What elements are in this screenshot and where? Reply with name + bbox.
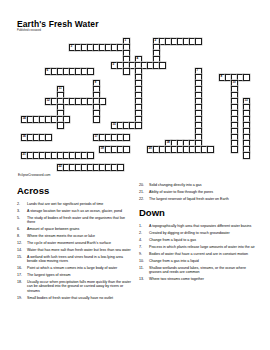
grid-cell: [135, 122, 142, 129]
clue-text: A storage location for water such as an …: [27, 209, 133, 214]
clue-text: Ability of water to flow through the por…: [149, 190, 258, 195]
clue-text: Process in which plants release large am…: [149, 245, 258, 250]
clue-item: 8.Where the stream meets the ocean or la…: [17, 234, 133, 239]
clue-number: 14.: [17, 248, 27, 253]
clue-item: 2.Created by digging or drilling to reac…: [139, 231, 258, 236]
clue-number: 2.: [17, 202, 27, 207]
clue-item: 5.The study of bodies of fresh water and…: [17, 216, 133, 225]
clue-item: 18.Usually occur when precipitation fall…: [17, 280, 133, 294]
cell-number: 17: [94, 135, 97, 138]
clue-item: 12.The cycle of water movement around Ea…: [17, 241, 133, 246]
cell-number: 10: [232, 81, 235, 84]
clue-item: 9.Bodies of water that have a current an…: [139, 252, 258, 257]
clue-item: 2.Lands that are wet for significant per…: [17, 202, 133, 207]
clue-text: The largest types of stream: [27, 273, 133, 278]
clue-item: 4.Change from a liquid to a gas: [139, 238, 258, 243]
clue-number: 15.: [17, 255, 27, 264]
clue-column-right: 20.Solid changing directly into a gas21.…: [139, 183, 258, 284]
clue-item: 16.Point at which a stream comes into a …: [17, 266, 133, 271]
clue-text: Small bodies of fresh water that usually…: [27, 296, 133, 301]
clue-item: 15.A wetland with lush trees and vines f…: [17, 255, 133, 264]
cell-number: 8: [220, 75, 222, 78]
clue-number: 12.: [17, 241, 27, 246]
clue-text: Point at which a stream comes into a lar…: [27, 266, 133, 271]
grid-cell: [87, 68, 94, 75]
credit-line: EclipseCrossword.com: [18, 173, 50, 177]
cell-number: 22: [58, 165, 61, 168]
grid-cell: [195, 38, 202, 45]
grid-cell: [231, 146, 238, 153]
page-title: Earth's Fresh Water: [17, 19, 99, 29]
clue-text: A wetland with lush trees and vines foun…: [27, 255, 133, 264]
grid-cell: [243, 152, 250, 159]
grid-cell: [57, 122, 64, 129]
down-header: Down: [139, 207, 258, 218]
cell-number: 18: [166, 141, 169, 144]
cell-number: 7: [196, 69, 198, 72]
clue-number: 11.: [139, 266, 149, 275]
clue-number: 1.: [139, 224, 149, 229]
clue-text: Created by digging or drilling to reach …: [149, 231, 258, 236]
grid-cell: [93, 116, 100, 123]
clue-text: Solid changing directly into a gas: [149, 183, 258, 188]
grid-cell: [117, 164, 124, 171]
clue-text: Shallow wetlands around lakes, streams, …: [149, 266, 258, 275]
clue-number: 10.: [139, 259, 149, 264]
clue-text: Usually occur when precipitation falls m…: [27, 280, 133, 294]
clue-item: 3.A storage location for water such as a…: [17, 209, 133, 214]
cell-number: 6: [46, 69, 48, 72]
clue-item: 21.Ability of water to flow through the …: [139, 190, 258, 195]
cell-number: 3: [70, 45, 72, 48]
cell-number: 14: [22, 117, 25, 120]
clue-number: 3.: [17, 209, 27, 214]
clue-text: A topographically high area that separat…: [149, 224, 258, 229]
clue-item: 22.The largest reservoir of liquid fresh…: [139, 197, 258, 202]
clue-number: 22.: [139, 197, 149, 202]
clue-number: 19.: [17, 296, 27, 301]
clue-item: 20.Solid changing directly into a gas: [139, 183, 258, 188]
down-clue-list: 1.A topographically high area that separ…: [139, 224, 258, 281]
clue-number: 18.: [17, 280, 27, 294]
grid-cell: [123, 146, 130, 153]
grid-cell: [45, 134, 52, 141]
cell-number: 11: [58, 87, 61, 90]
clue-text: Amount of space between grains: [27, 227, 133, 232]
grid-cell: [63, 116, 70, 123]
clue-number: 6.: [17, 227, 27, 232]
cell-number: 15: [112, 123, 115, 126]
clue-number: 9.: [139, 252, 149, 257]
clue-text: Lands that are wet for significant perio…: [27, 202, 133, 207]
clue-number: 21.: [139, 190, 149, 195]
clue-number: 4.: [139, 238, 149, 243]
across-clue-list: 2.Lands that are wet for significant per…: [17, 202, 133, 300]
cell-number: 9: [94, 81, 96, 84]
clue-number: 20.: [139, 183, 149, 188]
grid-cell: [123, 134, 130, 141]
cell-number: 13: [244, 99, 247, 102]
grid-cell: [87, 152, 94, 159]
clue-item: 13.Where two streams come together: [139, 277, 258, 282]
clue-item: 19.Small bodies of fresh water that usua…: [17, 296, 133, 301]
clue-item: 14.Water that has more salt than fresh w…: [17, 248, 133, 253]
grid-cell: [99, 98, 106, 105]
clue-text: The largest reservoir of liquid fresh wa…: [149, 197, 258, 202]
cell-number: 1: [124, 39, 126, 42]
cell-number: 16: [22, 135, 25, 138]
clue-number: 8.: [17, 234, 27, 239]
clue-text: The study of bodies of fresh water and t…: [27, 216, 133, 225]
page-subtitle: Published crossword: [17, 29, 41, 32]
clue-text: Bodies of water that have a current and …: [149, 252, 258, 257]
grid-cell: [243, 74, 250, 81]
clue-text: The cycle of water movement around Earth…: [27, 241, 133, 246]
cell-number: 21: [22, 153, 25, 156]
clue-number: 7.: [139, 245, 149, 250]
worksheet-page: Earth's Fresh Water Published crossword …: [0, 0, 270, 350]
cell-number: 2: [154, 39, 156, 42]
cell-number: 4: [136, 57, 138, 60]
clue-item: 17.The largest types of stream: [17, 273, 133, 278]
clue-item: 7.Process in which plants release large …: [139, 245, 258, 250]
cell-number: 19: [100, 147, 103, 150]
clue-text: Where the stream meets the ocean or lake: [27, 234, 133, 239]
cell-number: 12: [46, 99, 49, 102]
clue-text: Change from a liquid to a gas: [149, 238, 258, 243]
clue-number: 17.: [17, 273, 27, 278]
grid-cell: [159, 62, 166, 69]
cell-number: 20: [148, 147, 151, 150]
clue-number: 13.: [139, 277, 149, 282]
clue-text: Water that has more salt than fresh wate…: [27, 248, 133, 253]
clue-item: 6.Amount of space between grains: [17, 227, 133, 232]
across-header: Across: [17, 185, 133, 196]
clue-item: 1.A topographically high area that separ…: [139, 224, 258, 229]
clue-number: 5.: [17, 216, 27, 225]
clue-column-left: Across 2.Lands that are wet for signific…: [17, 185, 133, 303]
clue-text: Where two streams come together: [149, 277, 258, 282]
clue-item: 11.Shallow wetlands around lakes, stream…: [139, 266, 258, 275]
clue-item: 10.Change from a gas into a liquid: [139, 259, 258, 264]
across-clue-list-continued: 20.Solid changing directly into a gas21.…: [139, 183, 258, 201]
clue-number: 16.: [17, 266, 27, 271]
clue-text: Change from a gas into a liquid: [149, 259, 258, 264]
grid-cell: [123, 68, 130, 75]
grid-cell: [207, 146, 214, 153]
clue-number: 2.: [139, 231, 149, 236]
cell-number: 5: [112, 63, 114, 66]
